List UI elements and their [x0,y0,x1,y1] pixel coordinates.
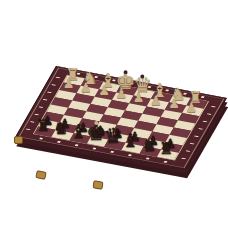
white-pawn-b2: ♟ [168,97,180,110]
brass-clasp-front-left [35,170,46,180]
white-pawn-c2: ♟ [150,94,162,107]
black-rook-h8: ♜ [36,118,50,134]
white-pawn-d2: ♟ [133,91,145,104]
chess-set-photo: ♜♞♝♚♛♝♞♜♟♟♟♟♟♟♟♟♟♟♟♟♟♟♟♟♜♞♝♚♛♝♞♜ [0,0,228,228]
white-pawn-e2: ♟ [115,87,127,100]
white-pawn-g2: ♟ [80,81,92,94]
black-rook-a8: ♜ [159,141,173,157]
chess-board: ♜♞♝♚♛♝♞♜♟♟♟♟♟♟♟♟♟♟♟♟♟♟♟♟♜♞♝♚♛♝♞♜ [15,66,227,169]
white-pawn-a2: ♟ [185,100,197,113]
white-pawn-f2: ♟ [98,84,110,97]
white-pawn-h2: ♟ [63,78,75,91]
brass-hinge-left [14,136,23,144]
black-knight-b8: ♞ [141,137,156,154]
black-knight-g8: ♞ [53,121,68,138]
board-grid: ♜♞♝♚♛♝♞♜♟♟♟♟♟♟♟♟♟♟♟♟♟♟♟♟♜♞♝♚♛♝♞♜ [33,75,209,161]
black-queen-d8: ♛ [104,126,123,147]
black-bishop-c8: ♝ [123,132,140,151]
brass-clasp-front-center [92,180,103,189]
black-bishop-f8: ♝ [70,122,87,141]
black-king-e8: ♚ [86,122,106,144]
